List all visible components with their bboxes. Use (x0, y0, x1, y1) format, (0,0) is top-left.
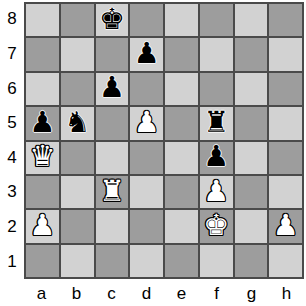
rank-label-7: 7 (0, 37, 24, 72)
piece-black-pawn: ♟ (134, 39, 160, 68)
piece-white-king: ♚ (203, 211, 229, 240)
piece-white-rook: ♜ (99, 177, 125, 206)
square-h3[interactable] (269, 176, 302, 208)
square-d6[interactable] (130, 73, 163, 105)
square-e6[interactable] (165, 73, 198, 105)
piece-black-knight: ♞ (64, 108, 90, 137)
square-b6[interactable] (61, 73, 94, 105)
square-e8[interactable] (165, 4, 198, 36)
square-c6[interactable]: ♟ (96, 73, 129, 105)
square-h6[interactable] (269, 73, 302, 105)
rank-label-2: 2 (0, 210, 24, 245)
square-e4[interactable] (165, 142, 198, 174)
square-b2[interactable] (61, 210, 94, 242)
square-d1[interactable] (130, 245, 163, 277)
square-c1[interactable] (96, 245, 129, 277)
rank-label-8: 8 (0, 2, 24, 37)
square-f4[interactable]: ♟ (200, 142, 233, 174)
square-c4[interactable] (96, 142, 129, 174)
file-label-b: b (59, 281, 94, 306)
rank-labels: 87654321 (0, 2, 24, 279)
square-h4[interactable] (269, 142, 302, 174)
file-label-d: d (129, 281, 164, 306)
square-g4[interactable] (235, 142, 268, 174)
square-g3[interactable] (235, 176, 268, 208)
square-f5[interactable]: ♜ (200, 107, 233, 139)
rank-label-1: 1 (0, 244, 24, 279)
square-a5[interactable]: ♟ (26, 107, 59, 139)
piece-black-pawn: ♟ (99, 73, 125, 102)
square-b7[interactable] (61, 38, 94, 70)
square-b4[interactable] (61, 142, 94, 174)
square-f6[interactable] (200, 73, 233, 105)
square-d2[interactable] (130, 210, 163, 242)
square-f3[interactable]: ♟ (200, 176, 233, 208)
square-c2[interactable] (96, 210, 129, 242)
piece-white-pawn: ♟ (134, 108, 160, 137)
square-a2[interactable]: ♟ (26, 210, 59, 242)
piece-white-queen: ♛ (29, 142, 55, 171)
square-b8[interactable] (61, 4, 94, 36)
square-h2[interactable]: ♟ (269, 210, 302, 242)
rank-label-4: 4 (0, 141, 24, 176)
square-b5[interactable]: ♞ (61, 107, 94, 139)
square-c7[interactable] (96, 38, 129, 70)
square-h8[interactable] (269, 4, 302, 36)
square-f2[interactable]: ♚ (200, 210, 233, 242)
square-d8[interactable] (130, 4, 163, 36)
square-e3[interactable] (165, 176, 198, 208)
square-d3[interactable] (130, 176, 163, 208)
square-f8[interactable] (200, 4, 233, 36)
square-d7[interactable]: ♟ (130, 38, 163, 70)
square-h7[interactable] (269, 38, 302, 70)
square-e7[interactable] (165, 38, 198, 70)
square-d5[interactable]: ♟ (130, 107, 163, 139)
square-e2[interactable] (165, 210, 198, 242)
square-c3[interactable]: ♜ (96, 176, 129, 208)
square-f1[interactable] (200, 245, 233, 277)
piece-black-rook: ♜ (203, 108, 229, 137)
square-g2[interactable] (235, 210, 268, 242)
square-a8[interactable] (26, 4, 59, 36)
rank-label-3: 3 (0, 175, 24, 210)
piece-black-pawn: ♟ (203, 142, 229, 171)
square-b1[interactable] (61, 245, 94, 277)
square-e5[interactable] (165, 107, 198, 139)
piece-white-pawn: ♟ (273, 211, 299, 240)
square-g6[interactable] (235, 73, 268, 105)
square-a1[interactable] (26, 245, 59, 277)
chess-diagram: 87654321 ♚♟♟♟♞♟♜♛♟♜♟♟♚♟ abcdefgh (0, 0, 306, 306)
piece-black-pawn: ♟ (29, 108, 55, 137)
square-a6[interactable] (26, 73, 59, 105)
square-g8[interactable] (235, 4, 268, 36)
rank-label-6: 6 (0, 71, 24, 106)
file-label-f: f (199, 281, 234, 306)
file-label-h: h (269, 281, 304, 306)
square-f7[interactable] (200, 38, 233, 70)
square-b3[interactable] (61, 176, 94, 208)
file-labels: abcdefgh (24, 281, 304, 306)
file-label-e: e (164, 281, 199, 306)
piece-black-king: ♚ (99, 5, 125, 34)
file-label-g: g (234, 281, 269, 306)
rank-label-5: 5 (0, 106, 24, 141)
piece-white-pawn: ♟ (29, 211, 55, 240)
square-a3[interactable] (26, 176, 59, 208)
square-h1[interactable] (269, 245, 302, 277)
square-e1[interactable] (165, 245, 198, 277)
file-label-a: a (24, 281, 59, 306)
square-a4[interactable]: ♛ (26, 142, 59, 174)
square-a7[interactable] (26, 38, 59, 70)
square-d4[interactable] (130, 142, 163, 174)
square-g1[interactable] (235, 245, 268, 277)
piece-white-pawn: ♟ (203, 177, 229, 206)
chess-board: ♚♟♟♟♞♟♜♛♟♜♟♟♚♟ (24, 2, 304, 279)
file-label-c: c (94, 281, 129, 306)
square-c5[interactable] (96, 107, 129, 139)
square-g5[interactable] (235, 107, 268, 139)
square-c8[interactable]: ♚ (96, 4, 129, 36)
square-g7[interactable] (235, 38, 268, 70)
square-h5[interactable] (269, 107, 302, 139)
